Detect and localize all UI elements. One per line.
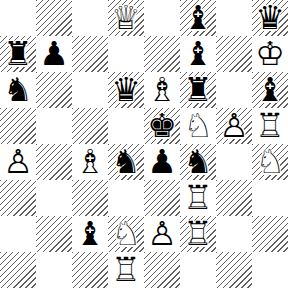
piece-halo: ♜ (180, 72, 216, 108)
square-f6[interactable]: ♜♜ (180, 72, 216, 108)
piece-white-knight: ♘ (108, 216, 144, 252)
square-f1[interactable] (180, 252, 216, 288)
square-d2[interactable]: ♞♘ (108, 216, 144, 252)
piece-halo: ♝ (180, 36, 216, 72)
square-d6[interactable]: ♛♛ (108, 72, 144, 108)
square-b6[interactable] (36, 72, 72, 108)
piece-halo: ♞ (0, 72, 36, 108)
piece-halo: ♜ (0, 36, 36, 72)
piece-halo: ♟ (36, 36, 72, 72)
piece-halo: ♜ (252, 108, 288, 144)
piece-halo: ♚ (144, 108, 180, 144)
piece-black-knight: ♞ (108, 144, 144, 180)
square-b3[interactable] (36, 180, 72, 216)
piece-halo: ♞ (180, 108, 216, 144)
square-b1[interactable] (36, 252, 72, 288)
square-f5[interactable]: ♞♘ (180, 108, 216, 144)
square-a1[interactable] (0, 252, 36, 288)
chess-board: ♛♕♝♝♛♛♜♜♟♟♝♝♚♔♞♞♛♛♝♗♜♜♝♝♚♚♞♘♟♙♜♖♟♙♝♗♞♞♟♟… (0, 0, 288, 288)
piece-black-queen: ♛ (252, 0, 288, 36)
piece-black-bishop: ♝ (180, 36, 216, 72)
square-a2[interactable] (0, 216, 36, 252)
square-g8[interactable] (216, 0, 252, 36)
square-f3[interactable]: ♜♖ (180, 180, 216, 216)
piece-halo: ♝ (252, 72, 288, 108)
piece-halo: ♝ (144, 72, 180, 108)
square-c6[interactable] (72, 72, 108, 108)
piece-white-bishop: ♗ (72, 144, 108, 180)
square-a3[interactable] (0, 180, 36, 216)
square-c4[interactable]: ♝♗ (72, 144, 108, 180)
square-c5[interactable] (72, 108, 108, 144)
square-d1[interactable]: ♜♖ (108, 252, 144, 288)
square-e8[interactable] (144, 0, 180, 36)
square-e4[interactable]: ♟♟ (144, 144, 180, 180)
square-b2[interactable] (36, 216, 72, 252)
piece-black-rook: ♜ (180, 72, 216, 108)
square-d7[interactable] (108, 36, 144, 72)
piece-white-rook: ♖ (180, 216, 216, 252)
square-b4[interactable] (36, 144, 72, 180)
square-d8[interactable]: ♛♕ (108, 0, 144, 36)
piece-black-queen: ♛ (108, 72, 144, 108)
square-a6[interactable]: ♞♞ (0, 72, 36, 108)
square-e3[interactable] (144, 180, 180, 216)
square-h2[interactable] (252, 216, 288, 252)
piece-halo: ♛ (252, 0, 288, 36)
piece-halo: ♟ (0, 144, 36, 180)
square-h1[interactable] (252, 252, 288, 288)
square-h3[interactable] (252, 180, 288, 216)
square-g4[interactable] (216, 144, 252, 180)
piece-halo: ♛ (108, 72, 144, 108)
piece-black-king: ♚ (144, 108, 180, 144)
piece-halo: ♝ (180, 0, 216, 36)
piece-halo: ♛ (108, 0, 144, 36)
piece-halo: ♜ (108, 252, 144, 288)
square-c7[interactable] (72, 36, 108, 72)
piece-black-pawn: ♟ (144, 144, 180, 180)
piece-halo: ♟ (216, 108, 252, 144)
piece-white-rook: ♖ (180, 180, 216, 216)
piece-white-rook: ♖ (108, 252, 144, 288)
piece-halo: ♟ (144, 216, 180, 252)
piece-black-pawn: ♟ (36, 36, 72, 72)
piece-halo: ♞ (180, 144, 216, 180)
square-b8[interactable] (36, 0, 72, 36)
piece-black-bishop: ♝ (72, 216, 108, 252)
square-g2[interactable] (216, 216, 252, 252)
square-f2[interactable]: ♜♖ (180, 216, 216, 252)
square-a4[interactable]: ♟♙ (0, 144, 36, 180)
piece-black-knight: ♞ (180, 144, 216, 180)
square-b7[interactable]: ♟♟ (36, 36, 72, 72)
piece-black-rook: ♜ (0, 36, 36, 72)
square-h7[interactable]: ♚♔ (252, 36, 288, 72)
piece-halo: ♚ (252, 36, 288, 72)
square-b5[interactable] (36, 108, 72, 144)
square-g5[interactable]: ♟♙ (216, 108, 252, 144)
square-e7[interactable] (144, 36, 180, 72)
piece-halo: ♜ (180, 216, 216, 252)
square-f8[interactable]: ♝♝ (180, 0, 216, 36)
square-d4[interactable]: ♞♞ (108, 144, 144, 180)
square-a8[interactable] (0, 0, 36, 36)
square-g1[interactable] (216, 252, 252, 288)
square-g7[interactable] (216, 36, 252, 72)
piece-white-knight: ♘ (180, 108, 216, 144)
piece-white-rook: ♖ (252, 108, 288, 144)
piece-black-bishop: ♝ (180, 0, 216, 36)
square-d5[interactable] (108, 108, 144, 144)
square-c1[interactable] (72, 252, 108, 288)
square-h5[interactable]: ♜♖ (252, 108, 288, 144)
piece-halo: ♞ (252, 144, 288, 180)
piece-black-knight: ♞ (0, 72, 36, 108)
piece-halo: ♜ (180, 180, 216, 216)
square-d3[interactable] (108, 180, 144, 216)
piece-black-bishop: ♝ (252, 72, 288, 108)
square-g6[interactable] (216, 72, 252, 108)
piece-halo: ♝ (72, 216, 108, 252)
square-e2[interactable]: ♟♙ (144, 216, 180, 252)
square-g3[interactable] (216, 180, 252, 216)
square-e6[interactable]: ♝♗ (144, 72, 180, 108)
piece-halo: ♝ (72, 144, 108, 180)
square-f4[interactable]: ♞♞ (180, 144, 216, 180)
square-a7[interactable]: ♜♜ (0, 36, 36, 72)
piece-white-king: ♔ (252, 36, 288, 72)
piece-white-queen: ♕ (108, 0, 144, 36)
square-a5[interactable] (0, 108, 36, 144)
square-h8[interactable]: ♛♛ (252, 0, 288, 36)
square-c8[interactable] (72, 0, 108, 36)
square-c2[interactable]: ♝♝ (72, 216, 108, 252)
piece-white-pawn: ♙ (0, 144, 36, 180)
square-f7[interactable]: ♝♝ (180, 36, 216, 72)
piece-white-pawn: ♙ (216, 108, 252, 144)
square-h4[interactable]: ♞♘ (252, 144, 288, 180)
piece-halo: ♞ (108, 216, 144, 252)
piece-white-knight: ♘ (252, 144, 288, 180)
piece-halo: ♟ (144, 144, 180, 180)
square-e1[interactable] (144, 252, 180, 288)
square-c3[interactable] (72, 180, 108, 216)
square-e5[interactable]: ♚♚ (144, 108, 180, 144)
piece-white-bishop: ♗ (144, 72, 180, 108)
square-h6[interactable]: ♝♝ (252, 72, 288, 108)
piece-white-pawn: ♙ (144, 216, 180, 252)
piece-halo: ♞ (108, 144, 144, 180)
